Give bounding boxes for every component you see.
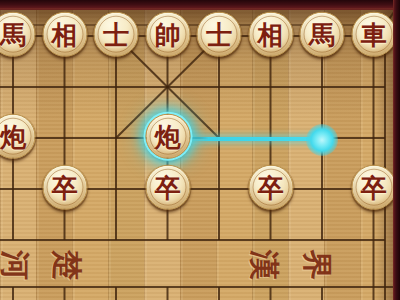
piece-elephant[interactable]: 相 (42, 12, 87, 57)
board-frame-right (393, 0, 400, 300)
xiangqi-board[interactable]: 河楚漢界 馬相士帥士相馬車炮炮卒卒卒卒 (0, 0, 400, 300)
piece-glyph: 馬 (309, 21, 335, 47)
river-char: 漢 (246, 250, 282, 278)
river-char: 河 (0, 250, 33, 278)
piece-glyph: 卒 (155, 174, 181, 200)
piece-cannon-selected[interactable]: 炮 (145, 114, 190, 159)
piece-elephant[interactable]: 相 (248, 12, 293, 57)
piece-glyph: 相 (52, 21, 78, 47)
river-char: 楚 (49, 250, 85, 278)
piece-glyph: 馬 (0, 21, 26, 47)
piece-glyph: 卒 (52, 174, 78, 200)
river-char: 界 (299, 250, 335, 278)
piece-glyph: 相 (258, 21, 284, 47)
piece-glyph: 帥 (155, 21, 181, 47)
piece-cannon[interactable]: 炮 (0, 114, 36, 159)
piece-general[interactable]: 帥 (145, 12, 190, 57)
piece-soldier[interactable]: 卒 (248, 165, 293, 210)
piece-soldier[interactable]: 卒 (351, 165, 396, 210)
piece-glyph: 士 (103, 21, 129, 47)
piece-soldier[interactable]: 卒 (42, 165, 87, 210)
piece-glyph: 卒 (361, 174, 387, 200)
piece-horse[interactable]: 馬 (300, 12, 345, 57)
piece-glyph: 車 (361, 21, 387, 47)
piece-soldier[interactable]: 卒 (145, 165, 190, 210)
piece-advisor[interactable]: 士 (94, 12, 139, 57)
piece-chariot[interactable]: 車 (351, 12, 396, 57)
piece-layer: 馬相士帥士相馬車炮炮卒卒卒卒 (13, 36, 400, 240)
piece-glyph: 炮 (0, 123, 26, 149)
board-frame-top (0, 0, 400, 10)
piece-glyph: 卒 (258, 174, 284, 200)
piece-glyph: 士 (206, 21, 232, 47)
piece-glyph: 炮 (155, 123, 181, 149)
piece-advisor[interactable]: 士 (197, 12, 242, 57)
